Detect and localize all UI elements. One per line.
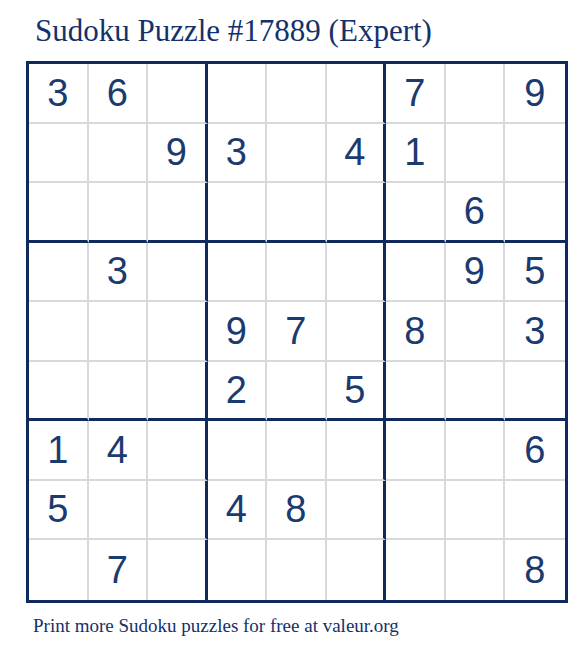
cell-r7c5[interactable] xyxy=(267,421,327,481)
cell-r1c3[interactable] xyxy=(148,64,208,124)
cell-r5c9[interactable]: 3 xyxy=(505,302,565,362)
cell-r4c3[interactable] xyxy=(148,243,208,303)
cell-r8c2[interactable] xyxy=(89,481,149,541)
cell-r5c6[interactable] xyxy=(327,302,387,362)
cell-r3c2[interactable] xyxy=(89,183,149,243)
cell-r6c1[interactable] xyxy=(29,362,89,422)
cell-r9c1[interactable] xyxy=(29,540,89,600)
cell-r8c3[interactable] xyxy=(148,481,208,541)
cell-r8c8[interactable] xyxy=(446,481,506,541)
cell-r9c6[interactable] xyxy=(327,540,387,600)
cell-r4c2[interactable]: 3 xyxy=(89,243,149,303)
cell-r7c6[interactable] xyxy=(327,421,387,481)
cell-r1c5[interactable] xyxy=(267,64,327,124)
cell-r6c7[interactable] xyxy=(386,362,446,422)
cell-r6c2[interactable] xyxy=(89,362,149,422)
cell-r3c7[interactable] xyxy=(386,183,446,243)
cell-r4c9[interactable]: 5 xyxy=(505,243,565,303)
cell-r4c7[interactable] xyxy=(386,243,446,303)
cell-r5c5[interactable]: 7 xyxy=(267,302,327,362)
cell-r2c1[interactable] xyxy=(29,124,89,184)
cell-r6c6[interactable]: 5 xyxy=(327,362,387,422)
cell-r7c2[interactable]: 4 xyxy=(89,421,149,481)
cell-r3c3[interactable] xyxy=(148,183,208,243)
cell-r3c6[interactable] xyxy=(327,183,387,243)
cell-r3c4[interactable] xyxy=(208,183,268,243)
cell-r7c3[interactable] xyxy=(148,421,208,481)
cell-r8c6[interactable] xyxy=(327,481,387,541)
cell-r9c2[interactable]: 7 xyxy=(89,540,149,600)
cell-r7c9[interactable]: 6 xyxy=(505,421,565,481)
cell-r7c8[interactable] xyxy=(446,421,506,481)
cell-r2c3[interactable]: 9 xyxy=(148,124,208,184)
cell-r7c4[interactable] xyxy=(208,421,268,481)
cell-r5c3[interactable] xyxy=(148,302,208,362)
cell-r9c7[interactable] xyxy=(386,540,446,600)
cell-r5c1[interactable] xyxy=(29,302,89,362)
cell-r7c1[interactable]: 1 xyxy=(29,421,89,481)
cell-r8c1[interactable]: 5 xyxy=(29,481,89,541)
cell-r8c7[interactable] xyxy=(386,481,446,541)
cell-r8c4[interactable]: 4 xyxy=(208,481,268,541)
cell-r9c3[interactable] xyxy=(148,540,208,600)
cell-r4c8[interactable]: 9 xyxy=(446,243,506,303)
puzzle-title: Sudoku Puzzle #17889 (Expert) xyxy=(35,13,432,49)
cell-r2c9[interactable] xyxy=(505,124,565,184)
cell-r9c8[interactable] xyxy=(446,540,506,600)
cell-r3c1[interactable] xyxy=(29,183,89,243)
cell-r1c7[interactable]: 7 xyxy=(386,64,446,124)
cell-r5c2[interactable] xyxy=(89,302,149,362)
cell-r8c9[interactable] xyxy=(505,481,565,541)
cell-r6c8[interactable] xyxy=(446,362,506,422)
cell-r6c3[interactable] xyxy=(148,362,208,422)
cell-r2c2[interactable] xyxy=(89,124,149,184)
cell-r1c9[interactable]: 9 xyxy=(505,64,565,124)
cell-r1c6[interactable] xyxy=(327,64,387,124)
cell-r9c4[interactable] xyxy=(208,540,268,600)
footer-text: Print more Sudoku puzzles for free at va… xyxy=(33,615,399,637)
cell-r8c5[interactable]: 8 xyxy=(267,481,327,541)
cell-r1c4[interactable] xyxy=(208,64,268,124)
cell-r3c9[interactable] xyxy=(505,183,565,243)
sudoku-board: 36799341639597832514654878 xyxy=(26,61,568,603)
cell-r6c4[interactable]: 2 xyxy=(208,362,268,422)
cell-r6c9[interactable] xyxy=(505,362,565,422)
cell-r7c7[interactable] xyxy=(386,421,446,481)
cell-r4c6[interactable] xyxy=(327,243,387,303)
cell-r3c5[interactable] xyxy=(267,183,327,243)
cell-r1c8[interactable] xyxy=(446,64,506,124)
cell-r2c4[interactable]: 3 xyxy=(208,124,268,184)
cell-r1c1[interactable]: 3 xyxy=(29,64,89,124)
cell-r2c7[interactable]: 1 xyxy=(386,124,446,184)
cell-r5c7[interactable]: 8 xyxy=(386,302,446,362)
cell-r9c5[interactable] xyxy=(267,540,327,600)
cell-r1c2[interactable]: 6 xyxy=(89,64,149,124)
cell-r3c8[interactable]: 6 xyxy=(446,183,506,243)
cell-r6c5[interactable] xyxy=(267,362,327,422)
cell-r4c4[interactable] xyxy=(208,243,268,303)
cell-r4c5[interactable] xyxy=(267,243,327,303)
cell-r2c8[interactable] xyxy=(446,124,506,184)
cell-r4c1[interactable] xyxy=(29,243,89,303)
cell-r2c5[interactable] xyxy=(267,124,327,184)
cell-r2c6[interactable]: 4 xyxy=(327,124,387,184)
cell-r5c8[interactable] xyxy=(446,302,506,362)
cell-r9c9[interactable]: 8 xyxy=(505,540,565,600)
cell-r5c4[interactable]: 9 xyxy=(208,302,268,362)
